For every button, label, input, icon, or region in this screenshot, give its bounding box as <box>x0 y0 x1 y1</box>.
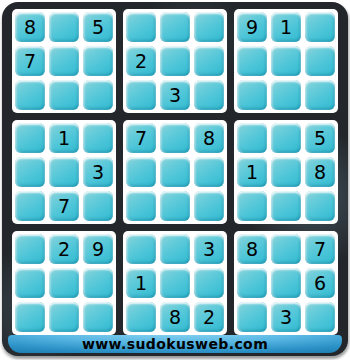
cell-r9c7[interactable] <box>237 302 267 332</box>
box-3-3: 8763 <box>234 231 338 335</box>
cell-r3c3[interactable] <box>83 80 113 110</box>
footer-band: www.sudokusweb.com <box>8 335 342 353</box>
given-digit: 7 <box>135 129 147 148</box>
box-3-1: 29 <box>12 231 116 335</box>
given-digit: 7 <box>24 52 36 71</box>
cell-r5c3[interactable]: 3 <box>83 157 113 187</box>
cell-r1c1[interactable]: 8 <box>15 12 45 42</box>
given-digit: 8 <box>246 240 258 259</box>
cell-r5c1[interactable] <box>15 157 45 187</box>
cell-r1c6[interactable] <box>194 12 224 42</box>
cell-r2c4[interactable]: 2 <box>126 46 156 76</box>
cell-r8c1[interactable] <box>15 268 45 298</box>
cell-r9c6[interactable]: 2 <box>194 302 224 332</box>
cell-r1c8[interactable]: 1 <box>271 12 301 42</box>
given-digit: 2 <box>203 308 215 327</box>
cell-r4c5[interactable] <box>160 123 190 153</box>
given-digit: 9 <box>246 18 258 37</box>
cell-r4c2[interactable]: 1 <box>49 123 79 153</box>
cell-r6c4[interactable] <box>126 191 156 221</box>
cell-r3c4[interactable] <box>126 80 156 110</box>
cell-r5c6[interactable] <box>194 157 224 187</box>
given-digit: 3 <box>92 163 104 182</box>
given-digit: 7 <box>314 240 326 259</box>
cell-r5c8[interactable] <box>271 157 301 187</box>
cell-r3c5[interactable]: 3 <box>160 80 190 110</box>
cell-r8c6[interactable] <box>194 268 224 298</box>
board-frame: 8572391137785182931828763 www.sudokusweb… <box>2 2 348 356</box>
cell-r5c9[interactable]: 8 <box>305 157 335 187</box>
box-2-2: 78 <box>123 120 227 224</box>
cell-r4c1[interactable] <box>15 123 45 153</box>
cell-r7c3[interactable]: 9 <box>83 234 113 264</box>
given-digit: 1 <box>280 18 292 37</box>
cell-r2c9[interactable] <box>305 46 335 76</box>
given-digit: 5 <box>92 18 104 37</box>
cell-r1c9[interactable] <box>305 12 335 42</box>
cell-r8c5[interactable] <box>160 268 190 298</box>
cell-r8c2[interactable] <box>49 268 79 298</box>
box-2-1: 137 <box>12 120 116 224</box>
cell-r6c6[interactable] <box>194 191 224 221</box>
cell-r1c2[interactable] <box>49 12 79 42</box>
box-1-2: 23 <box>123 9 227 113</box>
cell-r2c3[interactable] <box>83 46 113 76</box>
cell-r8c9[interactable]: 6 <box>305 268 335 298</box>
given-digit: 9 <box>92 240 104 259</box>
cell-r2c7[interactable] <box>237 46 267 76</box>
cell-r9c9[interactable] <box>305 302 335 332</box>
cell-r6c5[interactable] <box>160 191 190 221</box>
cell-r4c4[interactable]: 7 <box>126 123 156 153</box>
cell-r6c7[interactable] <box>237 191 267 221</box>
cell-r5c2[interactable] <box>49 157 79 187</box>
cell-r9c3[interactable] <box>83 302 113 332</box>
cell-r3c7[interactable] <box>237 80 267 110</box>
cell-r3c1[interactable] <box>15 80 45 110</box>
given-digit: 6 <box>314 274 326 293</box>
cell-r8c8[interactable] <box>271 268 301 298</box>
given-digit: 1 <box>135 274 147 293</box>
cell-r8c3[interactable] <box>83 268 113 298</box>
cell-r5c5[interactable] <box>160 157 190 187</box>
given-digit: 7 <box>58 197 70 216</box>
box-3-2: 3182 <box>123 231 227 335</box>
given-digit: 8 <box>203 129 215 148</box>
cell-r1c4[interactable] <box>126 12 156 42</box>
cell-r9c2[interactable] <box>49 302 79 332</box>
given-digit: 3 <box>280 308 292 327</box>
cell-r5c4[interactable] <box>126 157 156 187</box>
cell-r1c7[interactable]: 9 <box>237 12 267 42</box>
cell-r7c8[interactable] <box>271 234 301 264</box>
given-digit: 2 <box>58 240 70 259</box>
cell-r5c7[interactable]: 1 <box>237 157 267 187</box>
cell-r6c1[interactable] <box>15 191 45 221</box>
cell-r7c2[interactable]: 2 <box>49 234 79 264</box>
given-digit: 8 <box>24 18 36 37</box>
cell-r9c8[interactable]: 3 <box>271 302 301 332</box>
cell-r7c4[interactable] <box>126 234 156 264</box>
cell-r2c5[interactable] <box>160 46 190 76</box>
site-url-link[interactable]: www.sudokusweb.com <box>82 336 268 352</box>
cell-r6c3[interactable] <box>83 191 113 221</box>
cell-r1c5[interactable] <box>160 12 190 42</box>
cell-r3c6[interactable] <box>194 80 224 110</box>
given-digit: 5 <box>314 129 326 148</box>
cell-r2c6[interactable] <box>194 46 224 76</box>
cell-r3c9[interactable] <box>305 80 335 110</box>
box-2-3: 518 <box>234 120 338 224</box>
cell-r1c3[interactable]: 5 <box>83 12 113 42</box>
cell-r4c6[interactable]: 8 <box>194 123 224 153</box>
cell-r6c8[interactable] <box>271 191 301 221</box>
cell-r6c2[interactable]: 7 <box>49 191 79 221</box>
cell-r7c6[interactable]: 3 <box>194 234 224 264</box>
cell-r4c3[interactable] <box>83 123 113 153</box>
cell-r4c7[interactable] <box>237 123 267 153</box>
cell-r9c1[interactable] <box>15 302 45 332</box>
cell-r7c7[interactable]: 8 <box>237 234 267 264</box>
cell-r8c7[interactable] <box>237 268 267 298</box>
given-digit: 1 <box>58 129 70 148</box>
cell-r4c9[interactable]: 5 <box>305 123 335 153</box>
cell-r3c8[interactable] <box>271 80 301 110</box>
cell-r2c1[interactable]: 7 <box>15 46 45 76</box>
cell-r9c4[interactable] <box>126 302 156 332</box>
box-1-3: 91 <box>234 9 338 113</box>
cell-r2c2[interactable] <box>49 46 79 76</box>
cell-r3c2[interactable] <box>49 80 79 110</box>
given-digit: 8 <box>169 308 181 327</box>
cell-r4c8[interactable] <box>271 123 301 153</box>
cell-r9c5[interactable]: 8 <box>160 302 190 332</box>
cell-r6c9[interactable] <box>305 191 335 221</box>
given-digit: 2 <box>135 52 147 71</box>
given-digit: 1 <box>246 163 258 182</box>
cell-r8c4[interactable]: 1 <box>126 268 156 298</box>
cell-r2c8[interactable] <box>271 46 301 76</box>
given-digit: 8 <box>314 163 326 182</box>
cell-r7c5[interactable] <box>160 234 190 264</box>
given-digit: 3 <box>169 86 181 105</box>
box-1-1: 857 <box>12 9 116 113</box>
given-digit: 3 <box>203 240 215 259</box>
sudoku-board: 8572391137785182931828763 <box>12 9 338 335</box>
cell-r7c9[interactable]: 7 <box>305 234 335 264</box>
cell-r7c1[interactable] <box>15 234 45 264</box>
